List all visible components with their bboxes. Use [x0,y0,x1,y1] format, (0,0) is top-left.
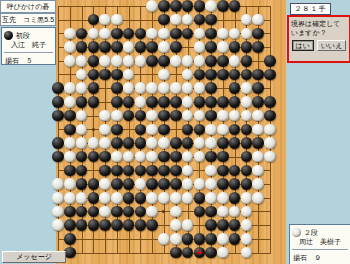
white-stone [158,233,170,245]
black-stone [205,206,217,218]
black-stone-icon [4,31,13,40]
black-stone [229,69,241,81]
no-button[interactable]: いいえ [317,40,347,51]
white-stone [158,137,170,149]
black-stone [217,0,229,12]
black-stone [146,219,158,231]
white-stone [123,55,135,67]
white-stone [182,219,194,231]
white-stone [170,233,182,245]
white-stone [252,14,264,26]
black-stone [146,41,158,53]
white-player-name: 周辻 美樹子 [292,237,348,246]
black-stone [194,14,206,26]
black-stone [135,28,147,40]
black-stone [99,41,111,53]
white-stone [264,137,276,149]
white-stone [111,151,123,163]
black-stone [205,14,217,26]
white-stone [76,137,88,149]
black-stone [194,0,206,12]
black-stone [76,206,88,218]
black-stone [123,206,135,218]
black-stone [229,137,241,149]
white-stone [135,178,147,190]
black-stone [135,206,147,218]
black-stone [217,96,229,108]
black-stone [88,192,100,204]
black-stone [88,82,100,94]
white-stone [170,206,182,218]
white-stone [64,28,76,40]
white-stone [88,137,100,149]
white-stone [252,165,264,177]
white-stone [146,192,158,204]
white-stone [146,206,158,218]
black-stone [170,96,182,108]
black-stone [88,41,100,53]
white-stone [99,110,111,122]
black-player-card: 初段 入江 純子 揚石 ５ [1,27,56,65]
black-stone [241,165,253,177]
white-stone [229,55,241,67]
black-stone [64,206,76,218]
black-stone [241,41,253,53]
black-stone [194,192,206,204]
black-stone [135,165,147,177]
black-stone [229,124,241,136]
black-stone [170,151,182,163]
white-stone [241,14,253,26]
black-stone [123,178,135,190]
black-stone [241,55,253,67]
white-stone [146,0,158,12]
black-stone [205,219,217,231]
black-stone [217,55,229,67]
white-stone [158,82,170,94]
white-stone [252,110,264,122]
black-stone [182,247,194,259]
black-stone [241,178,253,190]
white-stone [170,55,182,67]
white-stone [241,219,253,231]
white-stone [146,28,158,40]
black-stone [123,192,135,204]
black-stone [252,137,264,149]
white-stone [194,178,206,190]
white-stone [217,28,229,40]
white-stone [158,69,170,81]
black-stone [182,124,194,136]
white-stone [99,178,111,190]
black-stone [111,82,123,94]
black-stone [170,28,182,40]
black-stone [76,41,88,53]
black-stone [88,69,100,81]
black-stone [52,137,64,149]
dialog-text-line2: いますか？ [291,28,347,37]
black-stone [88,219,100,231]
white-stone [146,124,158,136]
white-stone [241,82,253,94]
black-stone [158,96,170,108]
black-stone [64,124,76,136]
white-stone [205,165,217,177]
white-stone [111,55,123,67]
black-stone [229,0,241,12]
black-stone [194,124,206,136]
white-stone [217,247,229,259]
black-stone [217,178,229,190]
black-stone [170,137,182,149]
white-stone [194,41,206,53]
black-stone [158,0,170,12]
white-stone [64,137,76,149]
white-stone [205,137,217,149]
black-stone: + [194,247,206,259]
game-title-box: 呼びかけの碁 [0,0,56,13]
black-stone [170,165,182,177]
white-stone [182,151,194,163]
white-stone [170,192,182,204]
white-stone [241,192,253,204]
white-stone [76,124,88,136]
black-stone [229,165,241,177]
white-stone [146,151,158,163]
black-stone [252,96,264,108]
black-stone [182,0,194,12]
black-stone [264,96,276,108]
dialog-buttons: はい いいえ [291,40,347,51]
white-stone [146,82,158,94]
white-stone [123,151,135,163]
black-player-name: 入江 純子 [4,40,53,49]
white-stone [182,69,194,81]
white-stone [217,206,229,218]
white-stone [182,55,194,67]
black-stone [229,233,241,245]
black-stone [182,233,194,245]
black-stone [205,110,217,122]
black-stone [88,96,100,108]
black-stone [217,219,229,231]
black-stone [194,233,206,245]
white-stone [182,110,194,122]
right-panel: ２８１手 境界は確定して いますか？ はい いいえ ２段 周辻 美樹子 揚石 ９ [286,0,350,264]
black-stone [64,219,76,231]
dialog-text-line1: 境界は確定して [291,19,347,28]
white-stone [252,151,264,163]
white-stone [205,192,217,204]
app-window: 呼びかけの碁 互先 コミ黒5.5 初段 入江 純子 揚石 ５ メッセージ + ２… [0,0,350,264]
black-stone [146,55,158,67]
white-stone [88,28,100,40]
black-stone [241,69,253,81]
black-stone [135,219,147,231]
white-stone [194,28,206,40]
hoshi-point [92,128,95,131]
white-stone [241,96,253,108]
black-stone [205,233,217,245]
white-stone [205,0,217,12]
white-stone [217,41,229,53]
black-stone [170,41,182,53]
black-stone [264,110,276,122]
white-stone [182,178,194,190]
white-stone [99,192,111,204]
black-stone [182,137,194,149]
white-stone [52,192,64,204]
white-stone [194,137,206,149]
white-stone [135,96,147,108]
white-stone [182,82,194,94]
black-stone [146,96,158,108]
white-stone [170,219,182,231]
white-stone [241,247,253,259]
white-stone [64,55,76,67]
white-stone [252,178,264,190]
black-stone [52,96,64,108]
black-stone [158,178,170,190]
boundary-confirm-dialog: 境界は確定して いますか？ はい いいえ [287,15,350,63]
white-stone [252,124,264,136]
white-stone [99,14,111,26]
black-stone [170,110,182,122]
white-stone [194,151,206,163]
white-stone [99,28,111,40]
black-stone [123,165,135,177]
white-stone [64,41,76,53]
white-stone [182,165,194,177]
black-stone [194,206,206,218]
black-stone [146,178,158,190]
white-player-rank: ２段 [304,228,318,237]
black-stone [158,124,170,136]
black-stone [123,28,135,40]
white-stone [111,192,123,204]
white-stone [264,124,276,136]
white-stone [229,110,241,122]
goban[interactable]: + [56,0,286,264]
black-stone [229,82,241,94]
black-stone [135,110,147,122]
black-stone [111,28,123,40]
black-stone [135,192,147,204]
white-stone [123,69,135,81]
black-stone [205,96,217,108]
black-stone [76,165,88,177]
black-stone [99,151,111,163]
black-stone [52,151,64,163]
white-stone [64,82,76,94]
goban-grid: + [58,6,271,254]
white-player-rank-row: ２段 [292,227,348,237]
black-stone [111,219,123,231]
white-stone [170,14,182,26]
move-counter: ２８１手 [290,3,331,15]
white-stone [229,28,241,40]
white-stone [217,110,229,122]
black-stone [88,178,100,190]
white-stone [135,151,147,163]
black-stone [111,165,123,177]
black-stone [52,110,64,122]
black-stone [229,41,241,53]
black-stone [170,178,182,190]
black-stone [111,178,123,190]
black-stone [76,96,88,108]
white-player-captures: 揚石 ９ [292,249,348,262]
black-stone [76,28,88,40]
white-player-card: ２段 周辻 美樹子 揚石 ９ [289,224,350,264]
white-stone [182,14,194,26]
black-stone [135,124,147,136]
white-stone [241,28,253,40]
white-stone [252,192,264,204]
white-stone [146,137,158,149]
black-stone [217,165,229,177]
white-stone [158,192,170,204]
black-stone [264,55,276,67]
white-stone [229,206,241,218]
black-stone [229,96,241,108]
white-stone [52,219,64,231]
white-stone [170,82,182,94]
white-stone [52,206,64,218]
black-stone [123,96,135,108]
black-stone [170,247,182,259]
black-stone [229,219,241,231]
white-stone [76,69,88,81]
white-stone [99,55,111,67]
black-stone [76,219,88,231]
black-stone [217,69,229,81]
black-stone [88,206,100,218]
white-stone [64,151,76,163]
white-stone [64,178,76,190]
black-stone [194,69,206,81]
black-stone [158,14,170,26]
black-stone [241,124,253,136]
black-stone [205,28,217,40]
white-stone [182,192,194,204]
black-stone [88,55,100,67]
white-stone [194,110,206,122]
last-move-marker: + [194,247,206,259]
black-stone [99,219,111,231]
white-stone [135,82,147,94]
white-stone [146,110,158,122]
white-stone [99,124,111,136]
black-stone [111,69,123,81]
black-stone [205,55,217,67]
black-stone [170,0,182,12]
white-stone [217,124,229,136]
black-stone [205,82,217,94]
black-stone [158,55,170,67]
white-stone [111,14,123,26]
white-stone [99,137,111,149]
white-stone [182,96,194,108]
white-stone [76,55,88,67]
white-stone [217,192,229,204]
white-stone [123,82,135,94]
white-stone [264,151,276,163]
black-stone [205,151,217,163]
black-stone [64,110,76,122]
yes-button[interactable]: はい [292,40,314,51]
hoshi-point [162,210,165,213]
black-stone [123,110,135,122]
black-stone [52,82,64,94]
white-stone [123,41,135,53]
black-stone [229,192,241,204]
black-stone [111,41,123,53]
black-stone [111,206,123,218]
white-stone [241,233,253,245]
white-stone [241,206,253,218]
game-rule-box: 互先 コミ黒5.5 [0,13,56,26]
black-stone [123,219,135,231]
black-stone [194,96,206,108]
black-stone [76,151,88,163]
black-stone [76,178,88,190]
white-stone [76,192,88,204]
black-stone [135,41,147,53]
white-stone [158,28,170,40]
black-stone [111,137,123,149]
white-stone [194,82,206,94]
white-stone [76,110,88,122]
white-stone [217,233,229,245]
black-player-rank-row: 初段 [4,30,53,40]
black-stone [158,151,170,163]
black-stone [158,165,170,177]
white-stone [205,124,217,136]
black-stone [158,110,170,122]
white-stone [241,110,253,122]
white-stone [135,55,147,67]
black-stone [264,69,276,81]
black-stone [217,137,229,149]
white-stone [76,82,88,94]
black-stone [229,178,241,190]
black-stone [205,69,217,81]
white-stone [52,178,64,190]
message-button[interactable]: メッセージ [2,251,66,263]
black-stone [135,137,147,149]
white-stone [111,110,123,122]
black-stone [123,137,135,149]
black-stone [182,28,194,40]
black-stone [64,233,76,245]
white-stone-icon [292,228,301,237]
black-stone [99,69,111,81]
black-stone [241,137,253,149]
black-stone [252,28,264,40]
black-player-rank: 初段 [16,31,30,40]
black-stone [99,165,111,177]
black-stone [241,151,253,163]
black-stone [252,69,264,81]
black-stone [88,151,100,163]
black-stone [111,96,123,108]
black-stone [88,14,100,26]
white-stone [158,41,170,53]
black-stone [111,124,123,136]
black-stone [146,165,158,177]
white-stone [99,206,111,218]
